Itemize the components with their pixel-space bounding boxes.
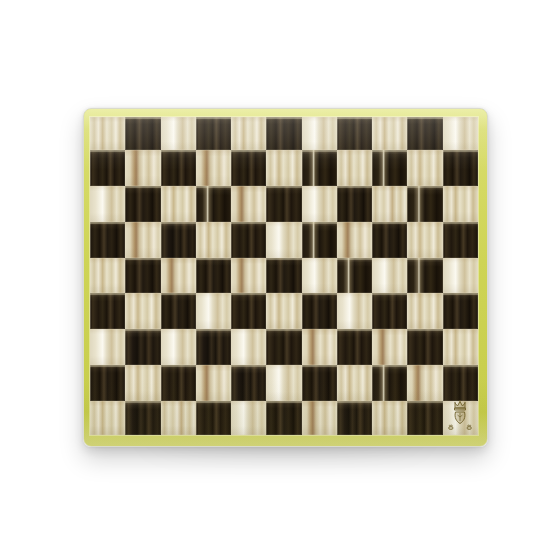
- check-square-r1c1: [90, 117, 125, 150]
- check-square-r9c1: [90, 401, 125, 435]
- check-square-r7c5: [231, 329, 266, 365]
- check-square-r8c1: [90, 365, 125, 401]
- crown-shield-bees-crest-icon: [447, 399, 473, 432]
- check-square-r9c10: [407, 401, 442, 435]
- check-square-r2c1: [90, 150, 125, 186]
- check-square-r3c7: [302, 186, 337, 222]
- check-square-r1c7: [302, 117, 337, 150]
- check-square-r1c2: [125, 117, 160, 150]
- check-square-r3c8: [337, 186, 372, 222]
- check-square-r2c11: [443, 150, 478, 186]
- check-square-r9c6: [266, 401, 301, 435]
- check-square-r9c4: [196, 401, 231, 435]
- check-square-r7c3: [161, 329, 196, 365]
- check-square-r1c10: [407, 117, 442, 150]
- check-square-r2c7: [302, 150, 337, 186]
- check-square-r6c11: [443, 293, 478, 329]
- check-square-r6c2: [125, 293, 160, 329]
- check-square-r4c1: [90, 222, 125, 258]
- check-square-r4c5: [231, 222, 266, 258]
- check-square-r2c5: [231, 150, 266, 186]
- check-square-r1c8: [337, 117, 372, 150]
- check-square-r8c5: [231, 365, 266, 401]
- check-square-r2c4: [196, 150, 231, 186]
- check-square-r7c6: [266, 329, 301, 365]
- check-square-r3c4: [196, 186, 231, 222]
- check-square-r5c6: [266, 258, 301, 294]
- check-square-r6c4: [196, 293, 231, 329]
- check-square-r5c9: [372, 258, 407, 294]
- check-square-r8c9: [372, 365, 407, 401]
- check-square-r9c7: [302, 401, 337, 435]
- product-photo-scene: [0, 0, 560, 560]
- check-square-r6c5: [231, 293, 266, 329]
- check-square-r9c8: [337, 401, 372, 435]
- check-square-r7c4: [196, 329, 231, 365]
- check-square-r5c5: [231, 258, 266, 294]
- check-square-r3c9: [372, 186, 407, 222]
- check-square-r4c7: [302, 222, 337, 258]
- check-square-r6c6: [266, 293, 301, 329]
- check-square-r2c6: [266, 150, 301, 186]
- check-square-r9c9: [372, 401, 407, 435]
- check-square-r5c2: [125, 258, 160, 294]
- check-square-r8c6: [266, 365, 301, 401]
- check-square-r7c9: [372, 329, 407, 365]
- check-square-r5c3: [161, 258, 196, 294]
- check-square-r6c9: [372, 293, 407, 329]
- check-square-r1c9: [372, 117, 407, 150]
- check-square-r8c11: [443, 365, 478, 401]
- check-square-r7c8: [337, 329, 372, 365]
- check-square-r2c2: [125, 150, 160, 186]
- check-square-r4c4: [196, 222, 231, 258]
- check-square-r3c5: [231, 186, 266, 222]
- check-square-r2c8: [337, 150, 372, 186]
- check-square-r9c2: [125, 401, 160, 435]
- check-square-r9c5: [231, 401, 266, 435]
- check-square-r2c3: [161, 150, 196, 186]
- check-square-r3c3: [161, 186, 196, 222]
- check-square-r8c3: [161, 365, 196, 401]
- check-square-r3c2: [125, 186, 160, 222]
- check-square-r7c10: [407, 329, 442, 365]
- check-square-r5c8: [337, 258, 372, 294]
- check-square-r2c9: [372, 150, 407, 186]
- check-square-r3c11: [443, 186, 478, 222]
- check-square-r6c8: [337, 293, 372, 329]
- check-square-r4c10: [407, 222, 442, 258]
- check-square-r3c6: [266, 186, 301, 222]
- check-square-r3c1: [90, 186, 125, 222]
- check-square-r5c10: [407, 258, 442, 294]
- check-square-r6c3: [161, 293, 196, 329]
- check-square-r2c10: [407, 150, 442, 186]
- check-square-r4c6: [266, 222, 301, 258]
- check-square-r8c10: [407, 365, 442, 401]
- check-square-r5c4: [196, 258, 231, 294]
- check-square-r7c7: [302, 329, 337, 365]
- check-square-r7c1: [90, 329, 125, 365]
- check-square-r4c3: [161, 222, 196, 258]
- check-square-r1c4: [196, 117, 231, 150]
- check-square-r6c10: [407, 293, 442, 329]
- check-square-r8c8: [337, 365, 372, 401]
- check-square-r7c11: [443, 329, 478, 365]
- check-square-r1c3: [161, 117, 196, 150]
- check-square-r4c11: [443, 222, 478, 258]
- checks-grid: [90, 117, 478, 435]
- check-square-r4c9: [372, 222, 407, 258]
- check-square-r8c7: [302, 365, 337, 401]
- check-square-r1c11: [443, 117, 478, 150]
- check-square-r3c10: [407, 186, 442, 222]
- check-square-r1c6: [266, 117, 301, 150]
- check-square-r6c1: [90, 293, 125, 329]
- check-square-r8c4: [196, 365, 231, 401]
- check-square-r5c7: [302, 258, 337, 294]
- check-square-r6c7: [302, 293, 337, 329]
- check-square-r4c2: [125, 222, 160, 258]
- check-square-r8c2: [125, 365, 160, 401]
- check-square-r1c5: [231, 117, 266, 150]
- check-square-r4c8: [337, 222, 372, 258]
- check-square-r9c3: [161, 401, 196, 435]
- check-square-r5c1: [90, 258, 125, 294]
- check-board: [83, 108, 488, 447]
- check-square-r7c2: [125, 329, 160, 365]
- check-square-r5c11: [443, 258, 478, 294]
